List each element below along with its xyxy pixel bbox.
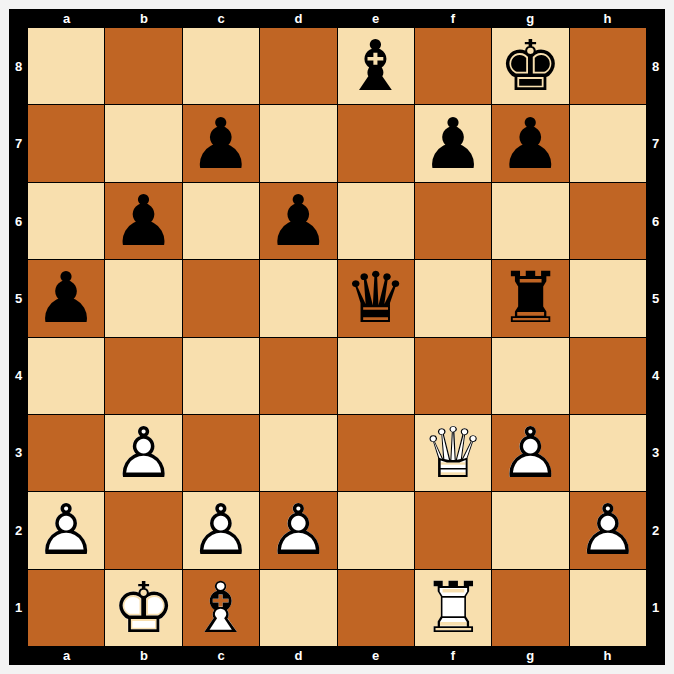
white-piece-outline: ♙: [267, 495, 330, 565]
rank-labels-left: 87654321: [9, 28, 28, 646]
square-a4[interactable]: [28, 338, 104, 414]
rank-label-2-left: 2: [9, 492, 28, 569]
square-d4[interactable]: [260, 338, 336, 414]
square-g2[interactable]: [492, 492, 568, 568]
piece-white-queen[interactable]: ♛♕: [422, 418, 485, 488]
square-b7[interactable]: [105, 105, 181, 181]
white-piece-outline: ♖: [422, 573, 485, 643]
square-b8[interactable]: [105, 28, 181, 104]
piece-black-queen[interactable]: ♛: [344, 263, 407, 333]
square-a5[interactable]: ♟: [28, 260, 104, 336]
file-label-h-bottom: h: [569, 646, 646, 665]
file-labels-bottom: abcdefgh: [28, 646, 646, 665]
rank-label-1-left: 1: [9, 569, 28, 646]
square-d6[interactable]: ♟: [260, 183, 336, 259]
white-piece-outline: ♕: [422, 418, 485, 488]
square-g4[interactable]: [492, 338, 568, 414]
piece-white-bishop[interactable]: ♝♗: [190, 573, 253, 643]
square-e4[interactable]: [338, 338, 414, 414]
square-f2[interactable]: [415, 492, 491, 568]
rank-label-3-right: 3: [646, 414, 665, 491]
rank-label-3-left: 3: [9, 414, 28, 491]
square-d2[interactable]: ♟♙: [260, 492, 336, 568]
file-label-b-top: b: [105, 9, 182, 28]
piece-white-pawn[interactable]: ♟♙: [190, 495, 253, 565]
board-frame: abcdefgh abcdefgh 87654321 87654321 ♝♚♟♟…: [9, 9, 665, 665]
square-e8[interactable]: ♝: [338, 28, 414, 104]
white-piece-outline: ♔: [112, 573, 175, 643]
file-label-h-top: h: [569, 9, 646, 28]
square-h2[interactable]: ♟♙: [570, 492, 646, 568]
square-e1[interactable]: [338, 570, 414, 646]
square-a6[interactable]: [28, 183, 104, 259]
square-f1[interactable]: ♜♖: [415, 570, 491, 646]
piece-black-bishop[interactable]: ♝: [344, 31, 407, 101]
rank-label-8-left: 8: [9, 28, 28, 105]
square-a7[interactable]: [28, 105, 104, 181]
white-piece-outline: ♙: [576, 495, 639, 565]
file-label-f-bottom: f: [414, 646, 491, 665]
piece-black-pawn[interactable]: ♟: [499, 109, 562, 179]
square-f8[interactable]: [415, 28, 491, 104]
rank-label-7-right: 7: [646, 105, 665, 182]
square-e3[interactable]: [338, 415, 414, 491]
square-e6[interactable]: [338, 183, 414, 259]
square-h7[interactable]: [570, 105, 646, 181]
square-c7[interactable]: ♟: [183, 105, 259, 181]
rank-label-7-left: 7: [9, 105, 28, 182]
rank-label-1-right: 1: [646, 569, 665, 646]
square-h5[interactable]: [570, 260, 646, 336]
square-d1[interactable]: [260, 570, 336, 646]
square-b1[interactable]: ♚♔: [105, 570, 181, 646]
file-label-e-bottom: e: [337, 646, 414, 665]
square-d3[interactable]: [260, 415, 336, 491]
piece-black-rook[interactable]: ♜: [499, 263, 562, 333]
square-a8[interactable]: [28, 28, 104, 104]
white-piece-outline: ♙: [499, 418, 562, 488]
square-a3[interactable]: [28, 415, 104, 491]
file-label-a-bottom: a: [28, 646, 105, 665]
rank-label-6-left: 6: [9, 183, 28, 260]
square-c8[interactable]: [183, 28, 259, 104]
square-g7[interactable]: ♟: [492, 105, 568, 181]
square-a2[interactable]: ♟♙: [28, 492, 104, 568]
rank-label-8-right: 8: [646, 28, 665, 105]
file-label-g-bottom: g: [492, 646, 569, 665]
chessboard: ♝♚♟♟♟♟♟♟♛♜♟♙♛♕♟♙♟♙♟♙♟♙♟♙♚♔♝♗♜♖: [28, 28, 646, 646]
square-c6[interactable]: [183, 183, 259, 259]
white-piece-outline: ♙: [112, 418, 175, 488]
piece-black-king[interactable]: ♚: [499, 31, 562, 101]
white-piece-outline: ♙: [190, 495, 253, 565]
square-f6[interactable]: [415, 183, 491, 259]
file-label-c-bottom: c: [183, 646, 260, 665]
square-e7[interactable]: [338, 105, 414, 181]
square-b4[interactable]: [105, 338, 181, 414]
piece-white-rook[interactable]: ♜♖: [422, 573, 485, 643]
piece-black-pawn[interactable]: ♟: [267, 186, 330, 256]
square-g3[interactable]: ♟♙: [492, 415, 568, 491]
white-piece-outline: ♗: [190, 573, 253, 643]
piece-white-pawn[interactable]: ♟♙: [576, 495, 639, 565]
white-piece-outline: ♙: [35, 495, 98, 565]
piece-black-pawn[interactable]: ♟: [422, 109, 485, 179]
square-c5[interactable]: [183, 260, 259, 336]
rank-label-6-right: 6: [646, 183, 665, 260]
rank-label-4-left: 4: [9, 337, 28, 414]
square-g5[interactable]: ♜: [492, 260, 568, 336]
square-b5[interactable]: [105, 260, 181, 336]
square-b6[interactable]: ♟: [105, 183, 181, 259]
square-g6[interactable]: [492, 183, 568, 259]
square-h3[interactable]: [570, 415, 646, 491]
piece-white-pawn[interactable]: ♟♙: [267, 495, 330, 565]
file-label-c-top: c: [183, 9, 260, 28]
square-f3[interactable]: ♛♕: [415, 415, 491, 491]
square-c2[interactable]: ♟♙: [183, 492, 259, 568]
square-h6[interactable]: [570, 183, 646, 259]
piece-white-king[interactable]: ♚♔: [112, 573, 175, 643]
rank-label-2-right: 2: [646, 492, 665, 569]
square-d8[interactable]: [260, 28, 336, 104]
square-e2[interactable]: [338, 492, 414, 568]
square-d5[interactable]: [260, 260, 336, 336]
square-c4[interactable]: [183, 338, 259, 414]
piece-black-pawn[interactable]: ♟: [35, 263, 98, 333]
square-d7[interactable]: [260, 105, 336, 181]
square-f5[interactable]: [415, 260, 491, 336]
square-g1[interactable]: [492, 570, 568, 646]
piece-black-pawn[interactable]: ♟: [112, 186, 175, 256]
square-c3[interactable]: [183, 415, 259, 491]
file-label-b-bottom: b: [105, 646, 182, 665]
file-label-f-top: f: [414, 9, 491, 28]
square-f4[interactable]: [415, 338, 491, 414]
rank-label-4-right: 4: [646, 337, 665, 414]
square-b2[interactable]: [105, 492, 181, 568]
piece-white-pawn[interactable]: ♟♙: [499, 418, 562, 488]
square-h8[interactable]: [570, 28, 646, 104]
rank-labels-right: 87654321: [646, 28, 665, 646]
file-label-d-bottom: d: [260, 646, 337, 665]
square-b3[interactable]: ♟♙: [105, 415, 181, 491]
file-label-d-top: d: [260, 9, 337, 28]
chess-diagram-page: abcdefgh abcdefgh 87654321 87654321 ♝♚♟♟…: [0, 0, 674, 674]
file-label-a-top: a: [28, 9, 105, 28]
square-f7[interactable]: ♟: [415, 105, 491, 181]
piece-black-pawn[interactable]: ♟: [190, 109, 253, 179]
square-c1[interactable]: ♝♗: [183, 570, 259, 646]
square-h1[interactable]: [570, 570, 646, 646]
piece-white-pawn[interactable]: ♟♙: [112, 418, 175, 488]
square-g8[interactable]: ♚: [492, 28, 568, 104]
square-e5[interactable]: ♛: [338, 260, 414, 336]
rank-label-5-right: 5: [646, 260, 665, 337]
piece-white-pawn[interactable]: ♟♙: [35, 495, 98, 565]
rank-label-5-left: 5: [9, 260, 28, 337]
square-h4[interactable]: [570, 338, 646, 414]
square-a1[interactable]: [28, 570, 104, 646]
